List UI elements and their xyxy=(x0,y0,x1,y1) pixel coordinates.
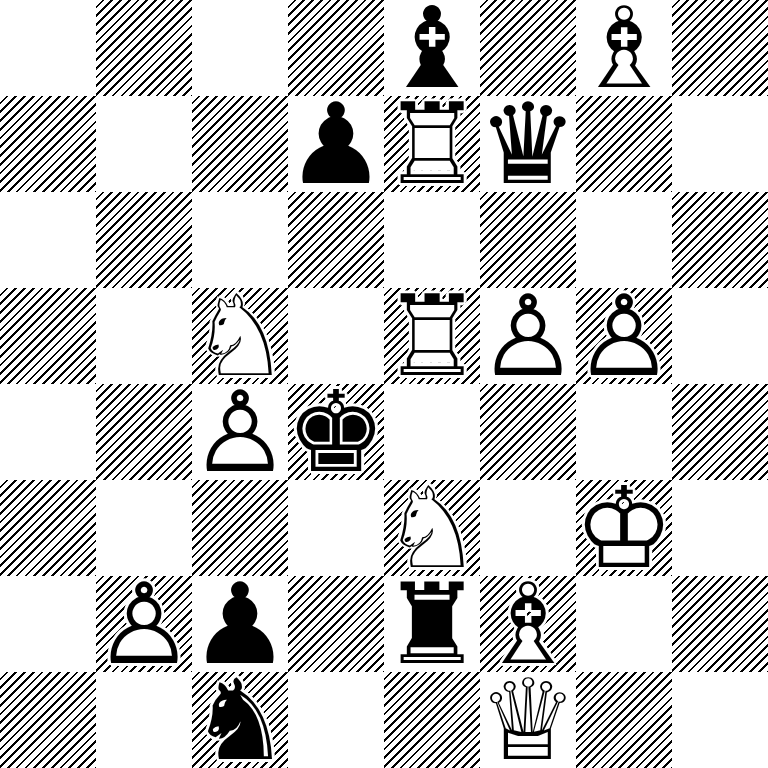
square-b5[interactable] xyxy=(96,288,192,384)
square-a8[interactable] xyxy=(0,0,96,96)
square-f7[interactable]: ♛♛ xyxy=(480,96,576,192)
white-knight: ♘ xyxy=(192,288,288,384)
white-knight-halo: ♞ xyxy=(384,480,480,576)
white-king: ♔ xyxy=(576,480,672,576)
square-e8[interactable]: ♝♝ xyxy=(384,0,480,96)
square-e3[interactable]: ♞♘ xyxy=(384,480,480,576)
square-h3[interactable] xyxy=(672,480,768,576)
square-f1[interactable]: ♛♕ xyxy=(480,672,576,768)
white-pawn: ♙ xyxy=(192,384,288,480)
black-queen: ♛ xyxy=(480,96,576,192)
white-pawn-halo: ♟ xyxy=(192,384,288,480)
black-knight-halo: ♞ xyxy=(192,672,288,768)
white-knight-halo: ♞ xyxy=(192,288,288,384)
square-c7[interactable] xyxy=(192,96,288,192)
square-h8[interactable] xyxy=(672,0,768,96)
square-d3[interactable] xyxy=(288,480,384,576)
black-bishop: ♝ xyxy=(384,0,480,96)
black-pawn-halo: ♟ xyxy=(192,576,288,672)
square-b2[interactable]: ♟♙ xyxy=(96,576,192,672)
black-pawn: ♟ xyxy=(192,576,288,672)
white-pawn-halo: ♟ xyxy=(576,288,672,384)
square-f8[interactable] xyxy=(480,0,576,96)
square-d7[interactable]: ♟♟ xyxy=(288,96,384,192)
square-d2[interactable] xyxy=(288,576,384,672)
square-c2[interactable]: ♟♟ xyxy=(192,576,288,672)
square-a4[interactable] xyxy=(0,384,96,480)
square-g2[interactable] xyxy=(576,576,672,672)
black-bishop-halo: ♝ xyxy=(384,0,480,96)
square-g5[interactable]: ♟♙ xyxy=(576,288,672,384)
square-h1[interactable] xyxy=(672,672,768,768)
white-bishop-halo: ♝ xyxy=(480,576,576,672)
square-h7[interactable] xyxy=(672,96,768,192)
square-e4[interactable] xyxy=(384,384,480,480)
square-c5[interactable]: ♞♘ xyxy=(192,288,288,384)
square-a1[interactable] xyxy=(0,672,96,768)
square-h2[interactable] xyxy=(672,576,768,672)
square-g7[interactable] xyxy=(576,96,672,192)
square-e6[interactable] xyxy=(384,192,480,288)
square-g4[interactable] xyxy=(576,384,672,480)
square-g1[interactable] xyxy=(576,672,672,768)
square-e1[interactable] xyxy=(384,672,480,768)
square-b4[interactable] xyxy=(96,384,192,480)
black-knight: ♞ xyxy=(192,672,288,768)
white-king-halo: ♚ xyxy=(576,480,672,576)
square-g3[interactable]: ♚♔ xyxy=(576,480,672,576)
square-f4[interactable] xyxy=(480,384,576,480)
square-d1[interactable] xyxy=(288,672,384,768)
black-queen-halo: ♛ xyxy=(480,96,576,192)
white-pawn: ♙ xyxy=(576,288,672,384)
white-rook-halo: ♜ xyxy=(384,96,480,192)
square-a2[interactable] xyxy=(0,576,96,672)
black-pawn-halo: ♟ xyxy=(288,96,384,192)
black-rook: ♜ xyxy=(384,576,480,672)
square-a7[interactable] xyxy=(0,96,96,192)
square-b1[interactable] xyxy=(96,672,192,768)
square-h4[interactable] xyxy=(672,384,768,480)
square-a5[interactable] xyxy=(0,288,96,384)
white-rook: ♖ xyxy=(384,96,480,192)
square-f6[interactable] xyxy=(480,192,576,288)
square-c1[interactable]: ♞♞ xyxy=(192,672,288,768)
white-queen-halo: ♛ xyxy=(480,672,576,768)
square-d4[interactable]: ♚♚ xyxy=(288,384,384,480)
square-g8[interactable]: ♝♗ xyxy=(576,0,672,96)
square-e5[interactable]: ♜♖ xyxy=(384,288,480,384)
chess-board: ♝♝♝♗♟♟♜♖♛♛♞♘♜♖♟♙♟♙♟♙♚♚♞♘♚♔♟♙♟♟♜♜♝♗♞♞♛♕ xyxy=(0,0,768,768)
square-h5[interactable] xyxy=(672,288,768,384)
white-queen: ♕ xyxy=(480,672,576,768)
white-bishop: ♗ xyxy=(576,0,672,96)
square-e2[interactable]: ♜♜ xyxy=(384,576,480,672)
square-c6[interactable] xyxy=(192,192,288,288)
black-king: ♚ xyxy=(288,384,384,480)
square-f3[interactable] xyxy=(480,480,576,576)
square-f2[interactable]: ♝♗ xyxy=(480,576,576,672)
square-a6[interactable] xyxy=(0,192,96,288)
square-e7[interactable]: ♜♖ xyxy=(384,96,480,192)
square-d6[interactable] xyxy=(288,192,384,288)
square-a3[interactable] xyxy=(0,480,96,576)
square-c3[interactable] xyxy=(192,480,288,576)
square-b6[interactable] xyxy=(96,192,192,288)
white-pawn-halo: ♟ xyxy=(480,288,576,384)
white-pawn-halo: ♟ xyxy=(96,576,192,672)
white-pawn: ♙ xyxy=(96,576,192,672)
black-pawn: ♟ xyxy=(288,96,384,192)
white-bishop-halo: ♝ xyxy=(576,0,672,96)
black-rook-halo: ♜ xyxy=(384,576,480,672)
white-rook-halo: ♜ xyxy=(384,288,480,384)
white-pawn: ♙ xyxy=(480,288,576,384)
square-c8[interactable] xyxy=(192,0,288,96)
square-c4[interactable]: ♟♙ xyxy=(192,384,288,480)
white-rook: ♖ xyxy=(384,288,480,384)
square-f5[interactable]: ♟♙ xyxy=(480,288,576,384)
square-g6[interactable] xyxy=(576,192,672,288)
square-b3[interactable] xyxy=(96,480,192,576)
white-bishop: ♗ xyxy=(480,576,576,672)
square-d5[interactable] xyxy=(288,288,384,384)
square-h6[interactable] xyxy=(672,192,768,288)
square-b7[interactable] xyxy=(96,96,192,192)
white-knight: ♘ xyxy=(384,480,480,576)
square-b8[interactable] xyxy=(96,0,192,96)
square-d8[interactable] xyxy=(288,0,384,96)
black-king-halo: ♚ xyxy=(288,384,384,480)
